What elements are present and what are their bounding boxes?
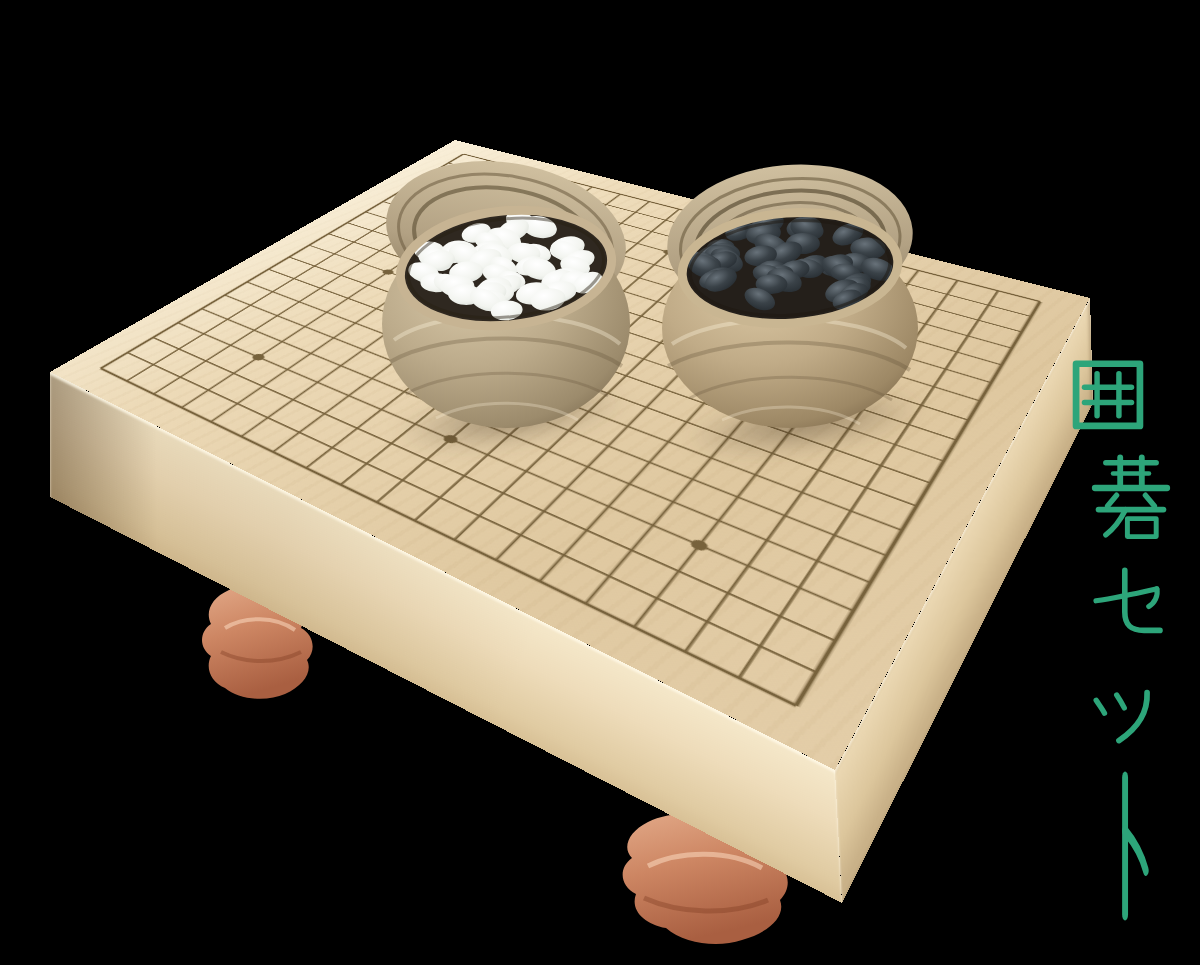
title-char-to [1125, 778, 1146, 915]
title-vertical-text [0, 0, 1200, 965]
title-char-i-enclosure [1076, 364, 1140, 426]
title-char-se [1096, 570, 1160, 630]
title-char-small-tsu [1096, 693, 1147, 741]
go-set-photo: 囲碁セット [0, 0, 1200, 965]
title-char-go [1095, 457, 1167, 536]
